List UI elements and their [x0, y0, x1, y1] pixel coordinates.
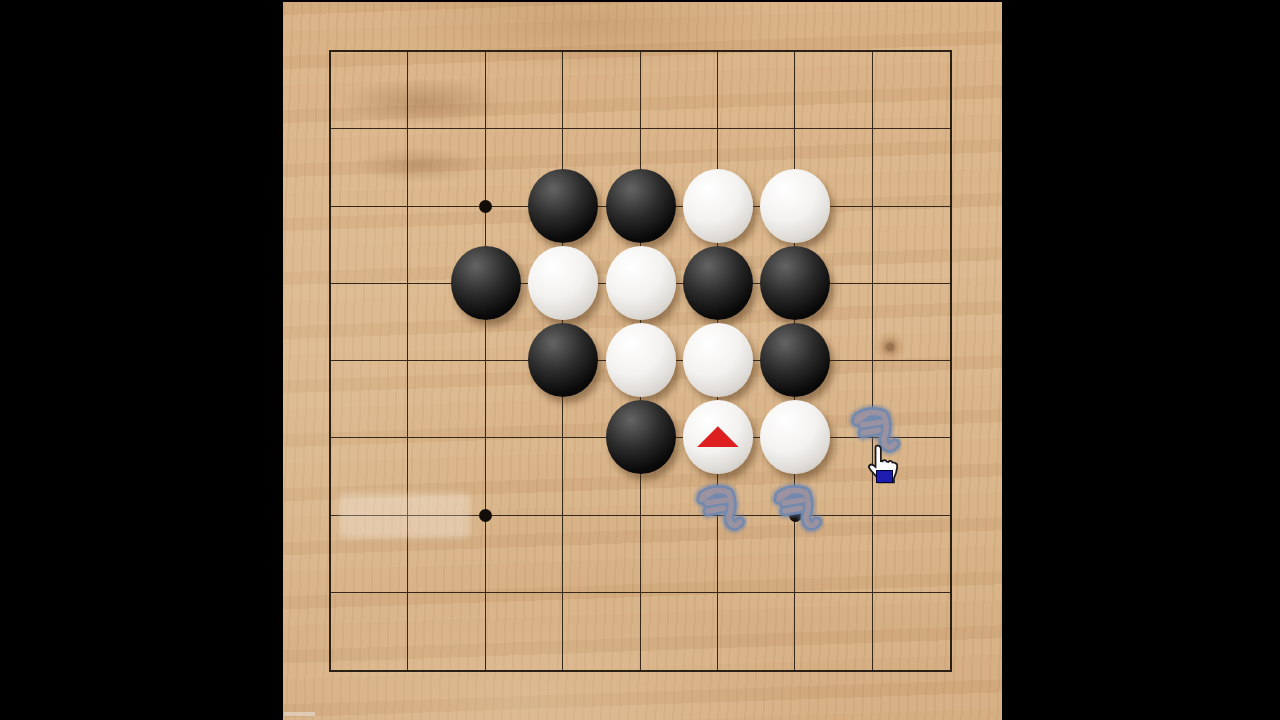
pieces-layer — [0, 0, 1280, 720]
video-artifact-strip — [284, 712, 315, 716]
black-stone[interactable] — [528, 169, 598, 243]
black-stone[interactable] — [528, 323, 598, 397]
star-point — [479, 509, 492, 522]
cursor-blue-flag — [876, 470, 893, 483]
black-stone[interactable] — [683, 246, 753, 320]
black-stone[interactable] — [451, 246, 521, 320]
liberty-qi-icon — [689, 482, 747, 540]
white-stone[interactable] — [760, 400, 830, 474]
liberty-qi-icon — [766, 482, 824, 540]
white-stone[interactable] — [683, 323, 753, 397]
black-stone[interactable] — [606, 400, 676, 474]
white-stone[interactable] — [760, 169, 830, 243]
black-stone[interactable] — [760, 323, 830, 397]
white-stone[interactable] — [683, 169, 753, 243]
star-point — [479, 200, 492, 213]
video-frame — [0, 0, 1280, 720]
white-stone[interactable] — [528, 246, 598, 320]
black-stone[interactable] — [760, 246, 830, 320]
white-stone[interactable] — [606, 323, 676, 397]
white-stone[interactable] — [606, 246, 676, 320]
black-stone[interactable] — [606, 169, 676, 243]
